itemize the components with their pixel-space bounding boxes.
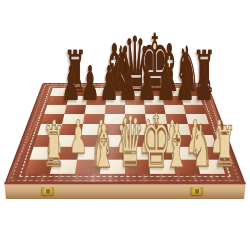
square-h3 xyxy=(191,135,217,147)
square-c7 xyxy=(86,96,106,105)
square-c6 xyxy=(85,105,106,114)
square-c8 xyxy=(88,88,107,96)
square-b2 xyxy=(53,147,79,160)
square-f7 xyxy=(144,96,164,105)
square-b4 xyxy=(59,124,83,135)
square-b6 xyxy=(64,105,86,114)
square-a7 xyxy=(47,96,69,105)
square-a1 xyxy=(25,160,53,174)
square-g7 xyxy=(162,96,183,105)
square-c3 xyxy=(79,135,103,147)
square-h8 xyxy=(179,88,200,96)
square-b7 xyxy=(67,96,88,105)
square-a8 xyxy=(50,88,71,96)
square-a2 xyxy=(29,147,56,160)
square-h1 xyxy=(197,160,225,174)
square-f3 xyxy=(147,135,171,147)
square-e3 xyxy=(125,135,148,147)
square-e4 xyxy=(125,124,147,135)
square-a5 xyxy=(41,114,64,124)
product-photo: ♜♞♝♛♚♝♞♜♟♟♟♟♟♟♟♟♟♟♟♟♟♟♟♟♜♞♝♛♚♝♞♜ xyxy=(0,0,250,250)
square-g5 xyxy=(165,114,188,124)
square-f6 xyxy=(144,105,165,114)
square-e5 xyxy=(125,114,146,124)
square-g4 xyxy=(167,124,191,135)
square-e7 xyxy=(125,96,144,105)
square-d3 xyxy=(102,135,125,147)
square-d4 xyxy=(103,124,125,135)
square-h6 xyxy=(183,105,205,114)
square-g8 xyxy=(161,88,181,96)
square-e1 xyxy=(125,160,150,174)
square-h4 xyxy=(188,124,213,135)
square-c1 xyxy=(75,160,101,174)
square-c4 xyxy=(81,124,104,135)
square-c2 xyxy=(77,147,102,160)
square-d2 xyxy=(101,147,125,160)
square-b1 xyxy=(50,160,77,174)
square-g1 xyxy=(173,160,200,174)
square-d8 xyxy=(106,88,125,96)
square-g2 xyxy=(171,147,197,160)
square-e8 xyxy=(125,88,144,96)
square-d5 xyxy=(104,114,125,124)
square-a4 xyxy=(37,124,62,135)
board-frame xyxy=(4,83,245,184)
square-g3 xyxy=(169,135,194,147)
square-b8 xyxy=(69,88,89,96)
square-g6 xyxy=(164,105,186,114)
square-e6 xyxy=(125,105,145,114)
square-b3 xyxy=(56,135,81,147)
brass-latch-left-icon xyxy=(41,187,54,195)
square-e2 xyxy=(125,147,149,160)
square-d1 xyxy=(100,160,125,174)
square-c5 xyxy=(83,114,105,124)
board-squares xyxy=(25,88,225,174)
square-h5 xyxy=(186,114,209,124)
square-d6 xyxy=(105,105,125,114)
square-f5 xyxy=(145,114,167,124)
square-f2 xyxy=(148,147,173,160)
square-a6 xyxy=(44,105,66,114)
square-a3 xyxy=(34,135,60,147)
square-h2 xyxy=(194,147,221,160)
chess-board xyxy=(4,83,245,184)
square-h7 xyxy=(181,96,203,105)
square-b5 xyxy=(62,114,85,124)
square-d7 xyxy=(106,96,125,105)
square-f1 xyxy=(149,160,175,174)
square-f8 xyxy=(143,88,162,96)
folded-case-side xyxy=(3,182,247,199)
brass-latch-right-icon xyxy=(190,187,203,195)
square-f4 xyxy=(146,124,169,135)
